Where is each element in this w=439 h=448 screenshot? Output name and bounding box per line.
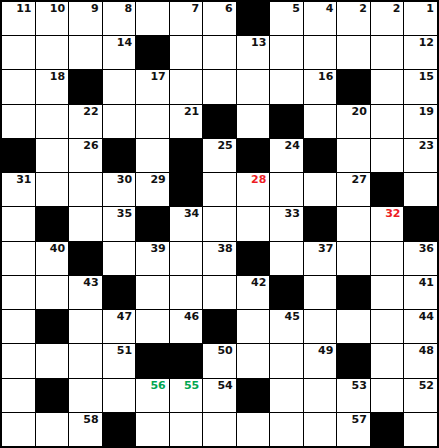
black-cell bbox=[237, 2, 270, 35]
white-cell[interactable]: 17 bbox=[136, 70, 169, 103]
clue-number: 41 bbox=[419, 276, 434, 290]
white-cell[interactable] bbox=[371, 70, 404, 103]
white-cell[interactable]: 13 bbox=[237, 36, 270, 69]
white-cell[interactable]: 28 bbox=[237, 173, 270, 206]
white-cell[interactable]: 27 bbox=[337, 173, 370, 206]
white-cell[interactable]: 44 bbox=[404, 310, 437, 343]
white-cell[interactable]: 5 bbox=[270, 2, 303, 35]
white-cell[interactable] bbox=[203, 413, 236, 446]
white-cell[interactable]: 25 bbox=[203, 139, 236, 172]
clue-number: 19 bbox=[419, 105, 434, 119]
white-cell[interactable]: 20 bbox=[337, 105, 370, 138]
white-cell[interactable] bbox=[2, 242, 35, 275]
black-cell bbox=[103, 139, 136, 172]
white-cell[interactable] bbox=[371, 139, 404, 172]
white-cell[interactable] bbox=[136, 310, 169, 343]
clue-number: 43 bbox=[83, 276, 98, 290]
clue-number: 4 bbox=[326, 2, 334, 16]
black-cell bbox=[170, 139, 203, 172]
black-cell bbox=[136, 207, 169, 240]
clue-number: 55 bbox=[184, 379, 199, 393]
clue-number: 57 bbox=[352, 413, 367, 427]
black-cell bbox=[337, 276, 370, 309]
clue-number: 12 bbox=[419, 36, 434, 50]
white-cell[interactable]: 14 bbox=[103, 36, 136, 69]
white-cell[interactable]: 46 bbox=[170, 310, 203, 343]
white-cell[interactable]: 55 bbox=[170, 379, 203, 412]
white-cell[interactable]: 56 bbox=[136, 379, 169, 412]
white-cell[interactable]: 38 bbox=[203, 242, 236, 275]
clue-number: 28 bbox=[251, 173, 266, 187]
white-cell[interactable] bbox=[103, 379, 136, 412]
clue-number: 11 bbox=[16, 2, 31, 16]
black-cell bbox=[337, 344, 370, 377]
white-cell[interactable] bbox=[270, 70, 303, 103]
white-cell[interactable] bbox=[237, 105, 270, 138]
white-cell[interactable] bbox=[304, 276, 337, 309]
white-cell[interactable] bbox=[36, 276, 69, 309]
clue-number: 18 bbox=[50, 70, 65, 84]
white-cell[interactable] bbox=[337, 139, 370, 172]
black-cell bbox=[237, 242, 270, 275]
clue-number: 30 bbox=[117, 173, 132, 187]
white-cell[interactable]: 54 bbox=[203, 379, 236, 412]
white-cell[interactable] bbox=[270, 344, 303, 377]
white-cell[interactable]: 41 bbox=[404, 276, 437, 309]
black-cell bbox=[36, 310, 69, 343]
clue-number: 53 bbox=[352, 379, 367, 393]
clue-number: 10 bbox=[50, 2, 65, 16]
crossword-board: 1110987654221141312181716152221201926252… bbox=[0, 0, 439, 448]
white-cell[interactable] bbox=[371, 36, 404, 69]
white-cell[interactable] bbox=[304, 105, 337, 138]
white-cell[interactable] bbox=[203, 207, 236, 240]
white-cell[interactable]: 21 bbox=[170, 105, 203, 138]
white-cell[interactable]: 1 bbox=[404, 2, 437, 35]
black-cell bbox=[36, 379, 69, 412]
clue-number: 31 bbox=[16, 173, 31, 187]
clue-number: 29 bbox=[150, 173, 165, 187]
white-cell[interactable] bbox=[270, 36, 303, 69]
black-cell bbox=[69, 242, 102, 275]
white-cell[interactable] bbox=[270, 379, 303, 412]
clue-number: 2 bbox=[359, 2, 367, 16]
clue-number: 34 bbox=[184, 207, 199, 221]
white-cell[interactable] bbox=[69, 207, 102, 240]
white-cell[interactable] bbox=[2, 207, 35, 240]
white-cell[interactable]: 23 bbox=[404, 139, 437, 172]
white-cell[interactable] bbox=[237, 70, 270, 103]
white-cell[interactable] bbox=[270, 242, 303, 275]
clue-number: 51 bbox=[117, 344, 132, 358]
white-cell[interactable]: 43 bbox=[69, 276, 102, 309]
white-cell[interactable] bbox=[170, 36, 203, 69]
white-cell[interactable] bbox=[136, 413, 169, 446]
clue-number: 8 bbox=[124, 2, 132, 16]
clue-number: 26 bbox=[83, 139, 98, 153]
white-cell[interactable] bbox=[136, 105, 169, 138]
clue-number: 16 bbox=[318, 70, 333, 84]
black-cell bbox=[270, 276, 303, 309]
white-cell[interactable] bbox=[337, 207, 370, 240]
white-cell[interactable] bbox=[2, 36, 35, 69]
black-cell bbox=[36, 207, 69, 240]
white-cell[interactable] bbox=[237, 310, 270, 343]
white-cell[interactable] bbox=[237, 207, 270, 240]
clue-number: 24 bbox=[285, 139, 300, 153]
white-cell[interactable]: 31 bbox=[2, 173, 35, 206]
white-cell[interactable]: 6 bbox=[203, 2, 236, 35]
white-cell[interactable] bbox=[270, 413, 303, 446]
clue-number: 27 bbox=[352, 173, 367, 187]
clue-number: 35 bbox=[117, 207, 132, 221]
black-cell bbox=[237, 379, 270, 412]
white-cell[interactable] bbox=[304, 379, 337, 412]
white-cell[interactable] bbox=[304, 173, 337, 206]
black-cell bbox=[270, 105, 303, 138]
white-cell[interactable] bbox=[237, 344, 270, 377]
black-cell bbox=[203, 105, 236, 138]
clue-number: 23 bbox=[419, 139, 434, 153]
clue-number: 33 bbox=[285, 207, 300, 221]
white-cell[interactable]: 37 bbox=[304, 242, 337, 275]
clue-number: 5 bbox=[292, 2, 300, 16]
clue-number: 56 bbox=[150, 379, 165, 393]
white-cell[interactable] bbox=[170, 70, 203, 103]
clue-number: 25 bbox=[217, 139, 232, 153]
white-cell[interactable] bbox=[36, 36, 69, 69]
clue-number: 49 bbox=[318, 344, 333, 358]
white-cell[interactable] bbox=[69, 344, 102, 377]
clue-number: 13 bbox=[251, 36, 266, 50]
white-cell[interactable] bbox=[2, 413, 35, 446]
black-cell bbox=[103, 413, 136, 446]
clue-number: 9 bbox=[91, 2, 99, 16]
white-cell[interactable]: 2 bbox=[371, 2, 404, 35]
clue-number: 21 bbox=[184, 105, 199, 119]
clue-number: 52 bbox=[419, 379, 434, 393]
white-cell[interactable]: 7 bbox=[170, 2, 203, 35]
white-cell[interactable] bbox=[371, 379, 404, 412]
white-cell[interactable] bbox=[404, 173, 437, 206]
black-cell bbox=[136, 36, 169, 69]
white-cell[interactable]: 22 bbox=[69, 105, 102, 138]
white-cell[interactable]: 39 bbox=[136, 242, 169, 275]
white-cell[interactable] bbox=[304, 413, 337, 446]
white-cell[interactable] bbox=[2, 379, 35, 412]
white-cell[interactable]: 52 bbox=[404, 379, 437, 412]
white-cell[interactable] bbox=[170, 276, 203, 309]
white-cell[interactable]: 11 bbox=[2, 2, 35, 35]
white-cell[interactable]: 51 bbox=[103, 344, 136, 377]
white-cell[interactable]: 30 bbox=[103, 173, 136, 206]
white-cell[interactable]: 33 bbox=[270, 207, 303, 240]
white-cell[interactable]: 36 bbox=[404, 242, 437, 275]
clue-number: 15 bbox=[419, 70, 434, 84]
clue-number: 45 bbox=[285, 310, 300, 324]
white-cell[interactable]: 58 bbox=[69, 413, 102, 446]
white-cell[interactable] bbox=[36, 344, 69, 377]
white-cell[interactable]: 35 bbox=[103, 207, 136, 240]
white-cell[interactable]: 4 bbox=[304, 2, 337, 35]
white-cell[interactable] bbox=[170, 413, 203, 446]
white-cell[interactable]: 8 bbox=[103, 2, 136, 35]
clue-number: 22 bbox=[83, 105, 98, 119]
white-cell[interactable]: 26 bbox=[69, 139, 102, 172]
white-cell[interactable] bbox=[69, 173, 102, 206]
black-cell bbox=[136, 344, 169, 377]
white-cell[interactable]: 16 bbox=[304, 70, 337, 103]
white-cell[interactable]: 18 bbox=[36, 70, 69, 103]
white-cell[interactable] bbox=[203, 276, 236, 309]
white-cell[interactable]: 42 bbox=[237, 276, 270, 309]
black-cell bbox=[170, 173, 203, 206]
white-cell[interactable] bbox=[136, 276, 169, 309]
white-cell[interactable] bbox=[2, 105, 35, 138]
black-cell bbox=[337, 70, 370, 103]
clue-number: 47 bbox=[117, 310, 132, 324]
clue-number: 14 bbox=[117, 36, 132, 50]
white-cell[interactable]: 57 bbox=[337, 413, 370, 446]
white-cell[interactable] bbox=[36, 413, 69, 446]
white-cell[interactable]: 32 bbox=[371, 207, 404, 240]
clue-number: 42 bbox=[251, 276, 266, 290]
black-cell bbox=[371, 173, 404, 206]
black-cell bbox=[69, 70, 102, 103]
clue-number: 50 bbox=[217, 344, 232, 358]
white-cell[interactable]: 40 bbox=[36, 242, 69, 275]
white-cell[interactable] bbox=[36, 139, 69, 172]
white-cell[interactable] bbox=[304, 310, 337, 343]
white-cell[interactable]: 34 bbox=[170, 207, 203, 240]
white-cell[interactable]: 15 bbox=[404, 70, 437, 103]
white-cell[interactable] bbox=[337, 310, 370, 343]
white-cell[interactable] bbox=[404, 413, 437, 446]
clue-number: 40 bbox=[50, 242, 65, 256]
white-cell[interactable] bbox=[371, 344, 404, 377]
white-cell[interactable] bbox=[371, 276, 404, 309]
white-cell[interactable] bbox=[103, 70, 136, 103]
white-cell[interactable] bbox=[2, 70, 35, 103]
black-cell bbox=[203, 310, 236, 343]
clue-number: 36 bbox=[419, 242, 434, 256]
clue-number: 32 bbox=[385, 207, 400, 221]
clue-number: 7 bbox=[192, 2, 200, 16]
white-cell[interactable] bbox=[2, 344, 35, 377]
clue-number: 38 bbox=[217, 242, 232, 256]
black-cell bbox=[103, 276, 136, 309]
white-cell[interactable] bbox=[337, 36, 370, 69]
clue-number: 39 bbox=[150, 242, 165, 256]
clue-number: 20 bbox=[352, 105, 367, 119]
white-cell[interactable] bbox=[103, 242, 136, 275]
black-cell bbox=[237, 139, 270, 172]
clue-number: 2 bbox=[393, 2, 401, 16]
white-cell[interactable] bbox=[371, 310, 404, 343]
white-cell[interactable] bbox=[136, 139, 169, 172]
white-cell[interactable] bbox=[203, 173, 236, 206]
clue-number: 1 bbox=[426, 2, 434, 16]
black-cell bbox=[304, 207, 337, 240]
white-cell[interactable]: 29 bbox=[136, 173, 169, 206]
white-cell[interactable] bbox=[304, 36, 337, 69]
white-cell[interactable]: 24 bbox=[270, 139, 303, 172]
white-cell[interactable]: 45 bbox=[270, 310, 303, 343]
white-cell[interactable]: 10 bbox=[36, 2, 69, 35]
white-cell[interactable] bbox=[371, 105, 404, 138]
white-cell[interactable]: 47 bbox=[103, 310, 136, 343]
white-cell[interactable] bbox=[371, 242, 404, 275]
black-cell bbox=[170, 344, 203, 377]
white-cell[interactable] bbox=[2, 276, 35, 309]
white-cell[interactable] bbox=[69, 36, 102, 69]
white-cell[interactable] bbox=[237, 413, 270, 446]
white-cell[interactable]: 12 bbox=[404, 36, 437, 69]
white-cell[interactable] bbox=[36, 105, 69, 138]
white-cell[interactable] bbox=[69, 379, 102, 412]
white-cell[interactable] bbox=[103, 105, 136, 138]
clue-number: 6 bbox=[225, 2, 233, 16]
white-cell[interactable] bbox=[36, 173, 69, 206]
white-cell[interactable] bbox=[69, 310, 102, 343]
white-cell[interactable]: 53 bbox=[337, 379, 370, 412]
white-cell[interactable] bbox=[136, 2, 169, 35]
white-cell[interactable] bbox=[203, 70, 236, 103]
black-cell bbox=[2, 139, 35, 172]
clue-number: 54 bbox=[217, 379, 232, 393]
clue-number: 37 bbox=[318, 242, 333, 256]
clue-number: 44 bbox=[419, 310, 434, 324]
clue-number: 48 bbox=[419, 344, 434, 358]
white-cell[interactable]: 2 bbox=[337, 2, 370, 35]
white-cell[interactable]: 9 bbox=[69, 2, 102, 35]
white-cell[interactable]: 50 bbox=[203, 344, 236, 377]
clue-number: 17 bbox=[150, 70, 165, 84]
white-cell[interactable] bbox=[270, 173, 303, 206]
clue-number: 46 bbox=[184, 310, 199, 324]
white-cell[interactable] bbox=[203, 36, 236, 69]
white-cell[interactable]: 48 bbox=[404, 344, 437, 377]
black-cell bbox=[404, 207, 437, 240]
black-cell bbox=[304, 139, 337, 172]
white-cell[interactable]: 19 bbox=[404, 105, 437, 138]
white-cell[interactable] bbox=[2, 310, 35, 343]
clue-number: 58 bbox=[83, 413, 98, 427]
white-cell[interactable]: 49 bbox=[304, 344, 337, 377]
white-cell[interactable] bbox=[170, 242, 203, 275]
white-cell[interactable] bbox=[337, 242, 370, 275]
black-cell bbox=[371, 413, 404, 446]
